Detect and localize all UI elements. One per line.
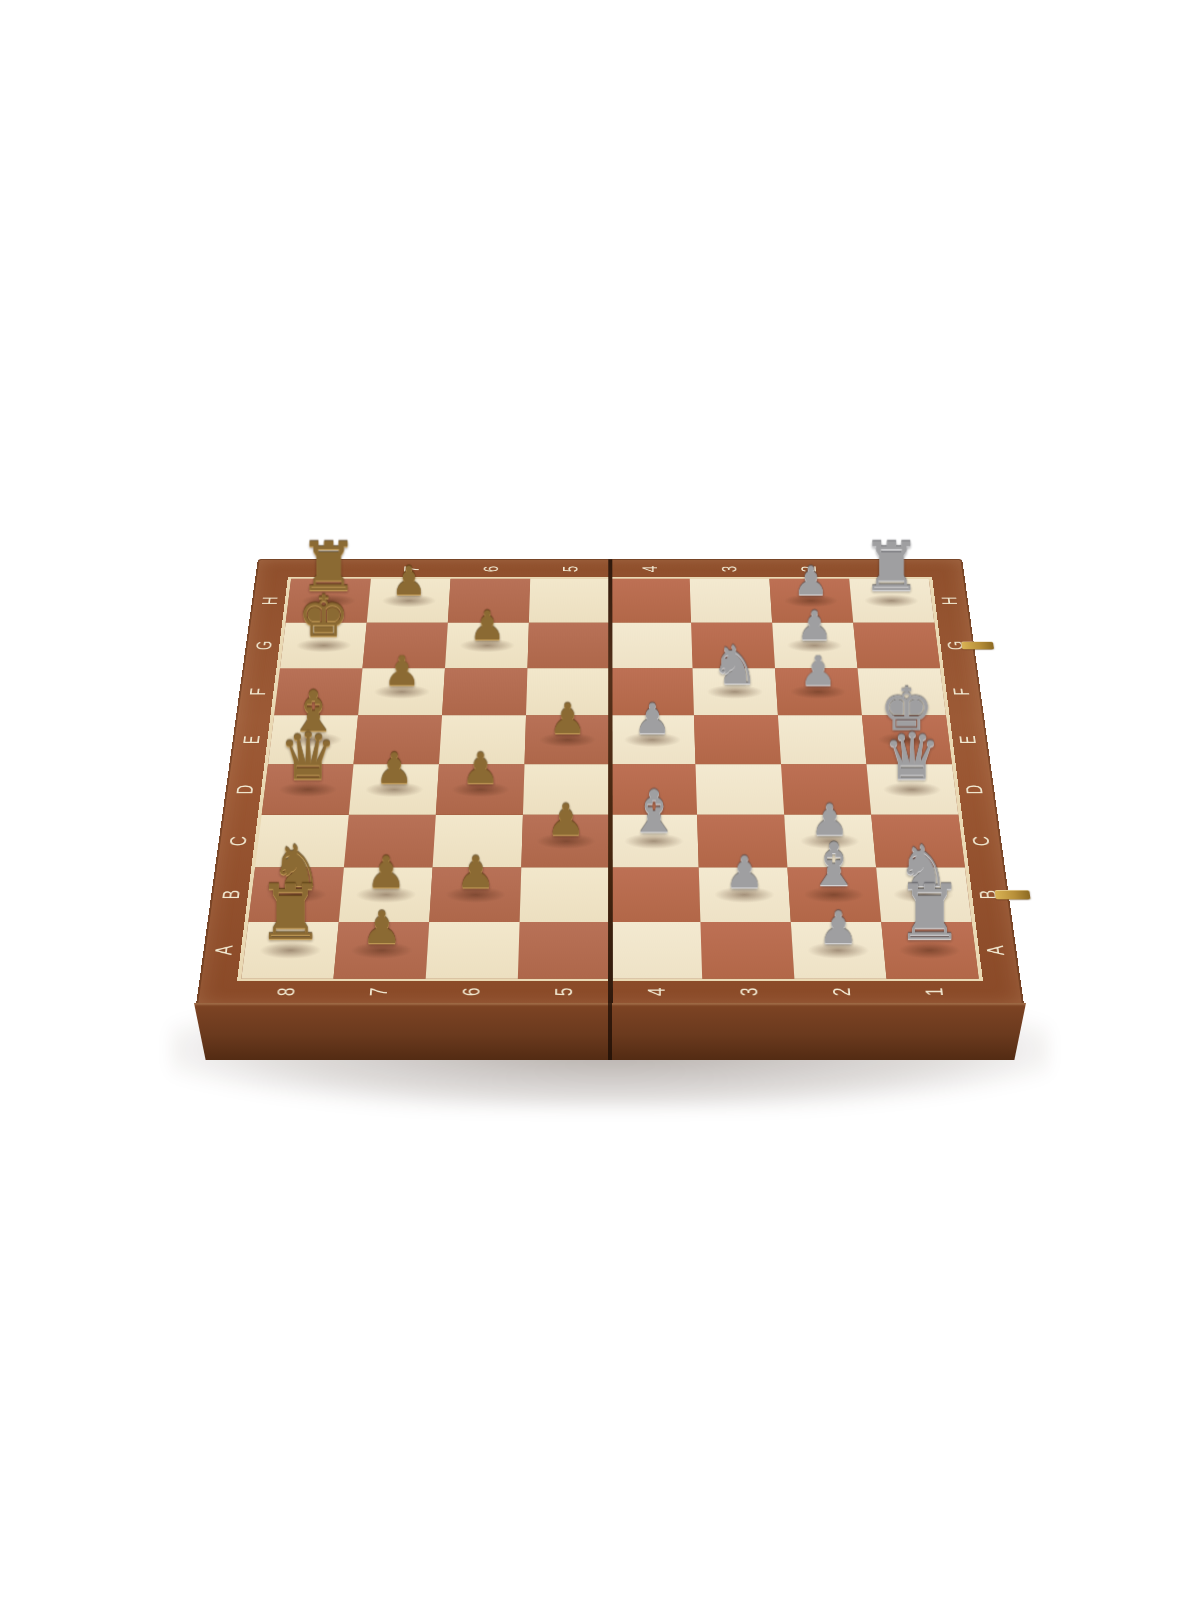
coord-left-A: A xyxy=(210,945,239,955)
coord-far-1: 1 xyxy=(876,566,901,572)
square-a4[interactable] xyxy=(610,922,702,979)
coord-near-5: 5 xyxy=(550,988,578,996)
piece-white-pawn-e4[interactable]: ♟ xyxy=(610,715,695,764)
brass-clasp-icon xyxy=(961,641,994,649)
piece-black-pawn-e5[interactable]: ♟ xyxy=(525,715,610,764)
coord-left-B: B xyxy=(217,890,245,899)
silver-pawn-icon: ♟ xyxy=(610,698,695,740)
coord-far-5: 5 xyxy=(558,566,582,572)
brass-clasp-icon xyxy=(995,890,1031,899)
piece-black-queen-d8[interactable]: ♛ xyxy=(262,764,354,815)
piece-black-pawn-a7[interactable]: ♟ xyxy=(333,922,429,979)
square-h5[interactable] xyxy=(529,579,610,623)
coord-far-4: 4 xyxy=(638,566,662,572)
brass-pawn-icon: ♟ xyxy=(341,850,431,894)
coord-right-H: H xyxy=(937,596,962,604)
square-h7[interactable]: ♟ xyxy=(367,579,451,623)
coord-near-7: 7 xyxy=(364,988,393,996)
square-e4[interactable]: ♟ xyxy=(610,715,695,764)
silver-pawn-icon: ♟ xyxy=(793,905,884,950)
brass-queen-icon: ♛ xyxy=(265,724,351,789)
coord-left-H: H xyxy=(258,596,283,604)
piece-white-pawn-f2[interactable]: ♟ xyxy=(775,668,862,715)
piece-black-pawn-d6[interactable]: ♟ xyxy=(436,764,525,815)
square-b4[interactable] xyxy=(610,867,700,922)
silver-pawn-icon: ♟ xyxy=(774,605,856,645)
brass-pawn-icon: ♟ xyxy=(336,905,427,950)
coord-far-2: 2 xyxy=(796,566,820,572)
brass-pawn-icon: ♟ xyxy=(522,797,610,840)
square-a2[interactable]: ♟ xyxy=(791,922,887,979)
coord-right-D: D xyxy=(961,785,988,794)
coord-far-6: 6 xyxy=(479,566,503,572)
silver-bishop-icon: ♝ xyxy=(789,835,879,895)
square-b5[interactable] xyxy=(520,867,610,922)
coord-far-7: 7 xyxy=(399,566,423,572)
piece-black-pawn-f7[interactable]: ♟ xyxy=(358,668,445,715)
silver-knight-icon: ♞ xyxy=(693,638,776,692)
piece-black-pawn-b6[interactable]: ♟ xyxy=(429,867,521,922)
chess-board: ♜♟♟♜♚♟♟♟♞♟♝♟♟♚♛♟♟♛♟♝♟♞♟♟♟♝♞♜♟♟♜ 87654321… xyxy=(196,559,1024,1005)
brass-pawn-icon: ♟ xyxy=(437,747,523,790)
coord-left-D: D xyxy=(232,785,259,794)
coord-left-E: E xyxy=(239,735,266,743)
side-fold-seam xyxy=(608,1003,612,1060)
coord-left-G: G xyxy=(251,641,277,650)
square-e3[interactable] xyxy=(694,715,781,764)
coord-left-C: C xyxy=(225,836,253,846)
square-a5[interactable] xyxy=(518,922,610,979)
square-d3[interactable] xyxy=(695,764,784,815)
square-f3[interactable]: ♞ xyxy=(693,668,778,715)
square-a1[interactable]: ♜ xyxy=(881,922,978,979)
square-g1[interactable] xyxy=(853,623,940,669)
square-h4[interactable] xyxy=(610,579,691,623)
square-d7[interactable]: ♟ xyxy=(349,764,439,815)
square-g5[interactable] xyxy=(527,623,610,669)
square-g4[interactable] xyxy=(610,623,693,669)
square-f6[interactable] xyxy=(442,668,527,715)
coord-near-1: 1 xyxy=(920,988,949,996)
square-a7[interactable]: ♟ xyxy=(333,922,429,979)
coord-near-2: 2 xyxy=(827,988,856,996)
board-frame: ♜♟♟♜♚♟♟♟♞♟♝♟♟♚♛♟♟♛♟♝♟♞♟♟♟♝♞♜♟♟♜ 87654321… xyxy=(196,559,1024,1005)
piece-white-rook-h1[interactable]: ♜ xyxy=(849,579,934,623)
brass-pawn-icon: ♟ xyxy=(351,747,437,790)
silver-pawn-icon: ♟ xyxy=(776,650,859,691)
silver-bishop-icon: ♝ xyxy=(610,782,698,841)
square-c4[interactable]: ♝ xyxy=(610,815,699,868)
piece-black-rook-a8[interactable]: ♜ xyxy=(241,922,338,979)
piece-black-pawn-d7[interactable]: ♟ xyxy=(349,764,439,815)
coord-near-8: 8 xyxy=(272,988,301,996)
coord-far-8: 8 xyxy=(320,566,345,572)
piece-white-bishop-c4[interactable]: ♝ xyxy=(610,815,699,868)
silver-rook-icon: ♜ xyxy=(884,873,975,950)
piece-black-pawn-c5[interactable]: ♟ xyxy=(521,815,610,868)
coord-right-A: A xyxy=(981,945,1010,955)
piece-white-knight-f3[interactable]: ♞ xyxy=(693,668,778,715)
square-d1[interactable]: ♛ xyxy=(866,764,958,815)
brass-pawn-icon: ♟ xyxy=(525,698,610,740)
square-g6[interactable]: ♟ xyxy=(445,623,529,669)
square-d8[interactable]: ♛ xyxy=(262,764,354,815)
piece-white-rook-a1[interactable]: ♜ xyxy=(881,922,978,979)
square-a8[interactable]: ♜ xyxy=(241,922,338,979)
square-e5[interactable]: ♟ xyxy=(525,715,610,764)
coord-near-3: 3 xyxy=(735,988,763,996)
brass-pawn-icon: ♟ xyxy=(431,850,521,894)
square-f7[interactable]: ♟ xyxy=(358,668,445,715)
brass-pawn-icon: ♟ xyxy=(360,650,443,691)
brass-king-icon: ♚ xyxy=(283,587,365,645)
brass-rook-icon: ♜ xyxy=(245,873,336,950)
square-a6[interactable] xyxy=(426,922,520,979)
coord-near-4: 4 xyxy=(642,988,670,996)
piece-black-pawn-h7[interactable]: ♟ xyxy=(367,579,451,623)
piece-white-pawn-b3[interactable]: ♟ xyxy=(699,867,791,922)
square-f2[interactable]: ♟ xyxy=(775,668,862,715)
square-c5[interactable]: ♟ xyxy=(521,815,610,868)
product-photo-scene: ♜♟♟♜♚♟♟♟♞♟♝♟♟♚♛♟♟♛♟♝♟♞♟♟♟♝♞♜♟♟♜ 87654321… xyxy=(0,0,1200,1600)
coord-left-F: F xyxy=(245,688,271,695)
coord-far-3: 3 xyxy=(717,566,741,572)
square-b6[interactable]: ♟ xyxy=(429,867,521,922)
brass-pawn-icon: ♟ xyxy=(446,605,528,645)
square-h3[interactable] xyxy=(690,579,772,623)
piece-white-queen-d1[interactable]: ♛ xyxy=(866,764,958,815)
square-h1[interactable]: ♜ xyxy=(849,579,934,623)
silver-queen-icon: ♛ xyxy=(869,724,955,789)
coord-right-F: F xyxy=(949,688,975,695)
coord-near-6: 6 xyxy=(457,988,485,996)
silver-pawn-icon: ♟ xyxy=(700,850,790,894)
coord-right-E: E xyxy=(955,735,982,743)
piece-white-pawn-a2[interactable]: ♟ xyxy=(791,922,887,979)
piece-black-king-g8[interactable]: ♚ xyxy=(280,623,367,669)
piece-black-pawn-g6[interactable]: ♟ xyxy=(445,623,529,669)
coord-right-C: C xyxy=(968,836,996,846)
square-g8[interactable]: ♚ xyxy=(280,623,367,669)
square-d6[interactable]: ♟ xyxy=(436,764,525,815)
square-a3[interactable] xyxy=(700,922,794,979)
board-side-edge xyxy=(194,1003,1026,1060)
square-e2[interactable] xyxy=(778,715,867,764)
square-b3[interactable]: ♟ xyxy=(699,867,791,922)
